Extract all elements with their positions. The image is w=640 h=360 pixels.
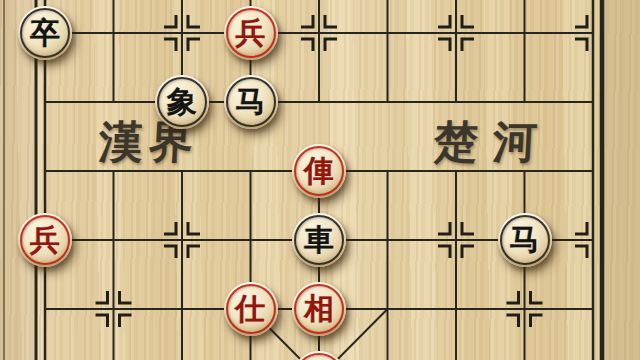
piece-red-advisor[interactable]: 仕 bbox=[224, 282, 278, 336]
piece-red-elephant[interactable]: 相 bbox=[292, 282, 346, 336]
piece-character: 俥 bbox=[292, 144, 346, 198]
piece-character: 象 bbox=[155, 75, 209, 129]
piece-character: 卒 bbox=[18, 6, 72, 60]
xiangqi-board[interactable]: 漢界 楚河 卒兵象马俥兵車马仕相帥 bbox=[0, 0, 640, 360]
piece-character: 兵 bbox=[18, 213, 72, 267]
piece-character: 马 bbox=[498, 213, 552, 267]
piece-black-elephant[interactable]: 象 bbox=[155, 75, 209, 129]
piece-character: 仕 bbox=[224, 282, 278, 336]
piece-character: 马 bbox=[224, 75, 278, 129]
piece-black-chariot[interactable]: 車 bbox=[292, 213, 346, 267]
piece-black-horse[interactable]: 马 bbox=[498, 213, 552, 267]
piece-black-horse[interactable]: 马 bbox=[224, 75, 278, 129]
piece-layer: 卒兵象马俥兵車马仕相帥 bbox=[11, 0, 628, 360]
piece-black-soldier[interactable]: 卒 bbox=[18, 6, 72, 60]
piece-red-soldier[interactable]: 兵 bbox=[224, 6, 278, 60]
piece-red-soldier[interactable]: 兵 bbox=[18, 213, 72, 267]
piece-red-king[interactable]: 帥 bbox=[292, 351, 346, 360]
piece-character: 車 bbox=[292, 213, 346, 267]
piece-character: 帥 bbox=[292, 351, 346, 360]
piece-character: 兵 bbox=[224, 6, 278, 60]
piece-red-chariot[interactable]: 俥 bbox=[292, 144, 346, 198]
piece-character: 相 bbox=[292, 282, 346, 336]
